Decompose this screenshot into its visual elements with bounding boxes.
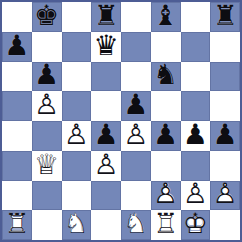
square-f7[interactable] [151,32,181,62]
piece-body: ♟ [213,121,238,149]
square-e2[interactable] [121,181,151,211]
square-c6[interactable] [62,62,92,92]
square-e5[interactable]: ♟ [121,91,151,121]
square-h5[interactable] [210,91,240,121]
square-f8[interactable]: ♝ [151,2,181,32]
piece-body: ♚ [34,2,59,30]
square-a4[interactable] [2,121,32,151]
piece-black-pawn[interactable]: ♟ [211,122,239,150]
square-d6[interactable] [91,62,121,92]
square-f6[interactable]: ♞ [151,62,181,92]
piece-black-king[interactable]: ♚ [33,3,61,31]
square-h7[interactable] [210,32,240,62]
square-e4[interactable]: ♟♙ [121,121,151,151]
square-g3[interactable] [181,151,211,181]
piece-outline: ♘ [123,210,148,238]
square-e7[interactable] [121,32,151,62]
square-g5[interactable] [181,91,211,121]
chess-board: ♚♜♝♜♟♛♟♞♟♙♟♟♙♟♟♙♟♟♟♛♕♟♙♟♙♟♙♟♙♜♖♞♘♞♘♜♖♚♔ [0,0,242,242]
piece-black-bishop[interactable]: ♝ [152,3,180,31]
square-c8[interactable] [62,2,92,32]
square-f2[interactable]: ♟♙ [151,181,181,211]
square-d8[interactable]: ♜ [91,2,121,32]
piece-body: ♟ [4,32,29,60]
square-g6[interactable] [181,62,211,92]
piece-body: ♟ [34,61,59,89]
square-c4[interactable]: ♟♙ [62,121,92,151]
square-g8[interactable] [181,2,211,32]
piece-white-pawn[interactable]: ♟♙ [62,122,90,150]
square-e3[interactable] [121,151,151,181]
square-b1[interactable] [32,210,62,240]
piece-outline: ♙ [94,151,119,179]
square-c2[interactable] [62,181,92,211]
piece-outline: ♖ [4,210,29,238]
piece-outline: ♙ [123,121,148,149]
piece-white-knight[interactable]: ♞♘ [122,211,150,239]
square-d7[interactable]: ♛ [91,32,121,62]
piece-black-queen[interactable]: ♛ [92,33,120,61]
piece-white-pawn[interactable]: ♟♙ [92,152,120,180]
square-h1[interactable] [210,210,240,240]
piece-black-pawn[interactable]: ♟ [122,92,150,120]
square-e1[interactable]: ♞♘ [121,210,151,240]
piece-white-pawn[interactable]: ♟♙ [211,181,239,209]
square-c5[interactable] [62,91,92,121]
piece-black-pawn[interactable]: ♟ [152,122,180,150]
piece-outline: ♖ [153,210,178,238]
square-f3[interactable] [151,151,181,181]
piece-white-pawn[interactable]: ♟♙ [181,181,209,209]
square-f1[interactable]: ♜♖ [151,210,181,240]
square-a6[interactable] [2,62,32,92]
square-b5[interactable]: ♟♙ [32,91,62,121]
square-e6[interactable] [121,62,151,92]
square-c1[interactable]: ♞♘ [62,210,92,240]
square-f5[interactable] [151,91,181,121]
piece-outline: ♙ [34,91,59,119]
piece-outline: ♙ [153,180,178,208]
square-b6[interactable]: ♟ [32,62,62,92]
square-d3[interactable]: ♟♙ [91,151,121,181]
piece-body: ♟ [94,121,119,149]
piece-white-pawn[interactable]: ♟♙ [33,92,61,120]
square-d4[interactable]: ♟ [91,121,121,151]
square-a2[interactable] [2,181,32,211]
piece-black-pawn[interactable]: ♟ [3,33,31,61]
square-e8[interactable] [121,2,151,32]
square-h6[interactable] [210,62,240,92]
square-b4[interactable] [32,121,62,151]
square-d1[interactable] [91,210,121,240]
piece-white-pawn[interactable]: ♟♙ [122,122,150,150]
square-g1[interactable]: ♚♔ [181,210,211,240]
piece-black-knight[interactable]: ♞ [152,62,180,90]
piece-body: ♞ [153,61,178,89]
square-g2[interactable]: ♟♙ [181,181,211,211]
square-a5[interactable] [2,91,32,121]
piece-outline: ♙ [64,121,89,149]
piece-body: ♟ [153,121,178,149]
square-b2[interactable] [32,181,62,211]
piece-black-rook[interactable]: ♜ [211,3,239,31]
square-h2[interactable]: ♟♙ [210,181,240,211]
piece-black-pawn[interactable]: ♟ [92,122,120,150]
piece-white-pawn[interactable]: ♟♙ [152,181,180,209]
square-d5[interactable] [91,91,121,121]
square-h8[interactable]: ♜ [210,2,240,32]
square-a3[interactable] [2,151,32,181]
piece-outline: ♙ [183,180,208,208]
piece-black-pawn[interactable]: ♟ [181,122,209,150]
piece-white-rook[interactable]: ♜♖ [3,211,31,239]
piece-body: ♛ [94,32,119,60]
square-a7[interactable]: ♟ [2,32,32,62]
piece-body: ♜ [213,2,238,30]
piece-white-king[interactable]: ♚♔ [181,211,209,239]
piece-outline: ♔ [183,210,208,238]
piece-body: ♜ [94,2,119,30]
piece-outline: ♕ [34,151,59,179]
square-b7[interactable] [32,32,62,62]
piece-body: ♝ [153,2,178,30]
square-b8[interactable]: ♚ [32,2,62,32]
piece-black-pawn[interactable]: ♟ [33,62,61,90]
square-h3[interactable] [210,151,240,181]
square-a8[interactable] [2,2,32,32]
square-c7[interactable] [62,32,92,62]
square-c3[interactable] [62,151,92,181]
piece-outline: ♙ [213,180,238,208]
piece-white-queen[interactable]: ♛♕ [33,152,61,180]
square-d2[interactable] [91,181,121,211]
square-h4[interactable]: ♟ [210,121,240,151]
piece-body: ♟ [183,121,208,149]
square-g7[interactable] [181,32,211,62]
piece-outline: ♘ [64,210,89,238]
piece-black-rook[interactable]: ♜ [92,3,120,31]
piece-white-rook[interactable]: ♜♖ [152,211,180,239]
square-f4[interactable]: ♟ [151,121,181,151]
piece-white-knight[interactable]: ♞♘ [62,211,90,239]
square-a1[interactable]: ♜♖ [2,210,32,240]
square-g4[interactable]: ♟ [181,121,211,151]
square-b3[interactable]: ♛♕ [32,151,62,181]
piece-body: ♟ [123,91,148,119]
